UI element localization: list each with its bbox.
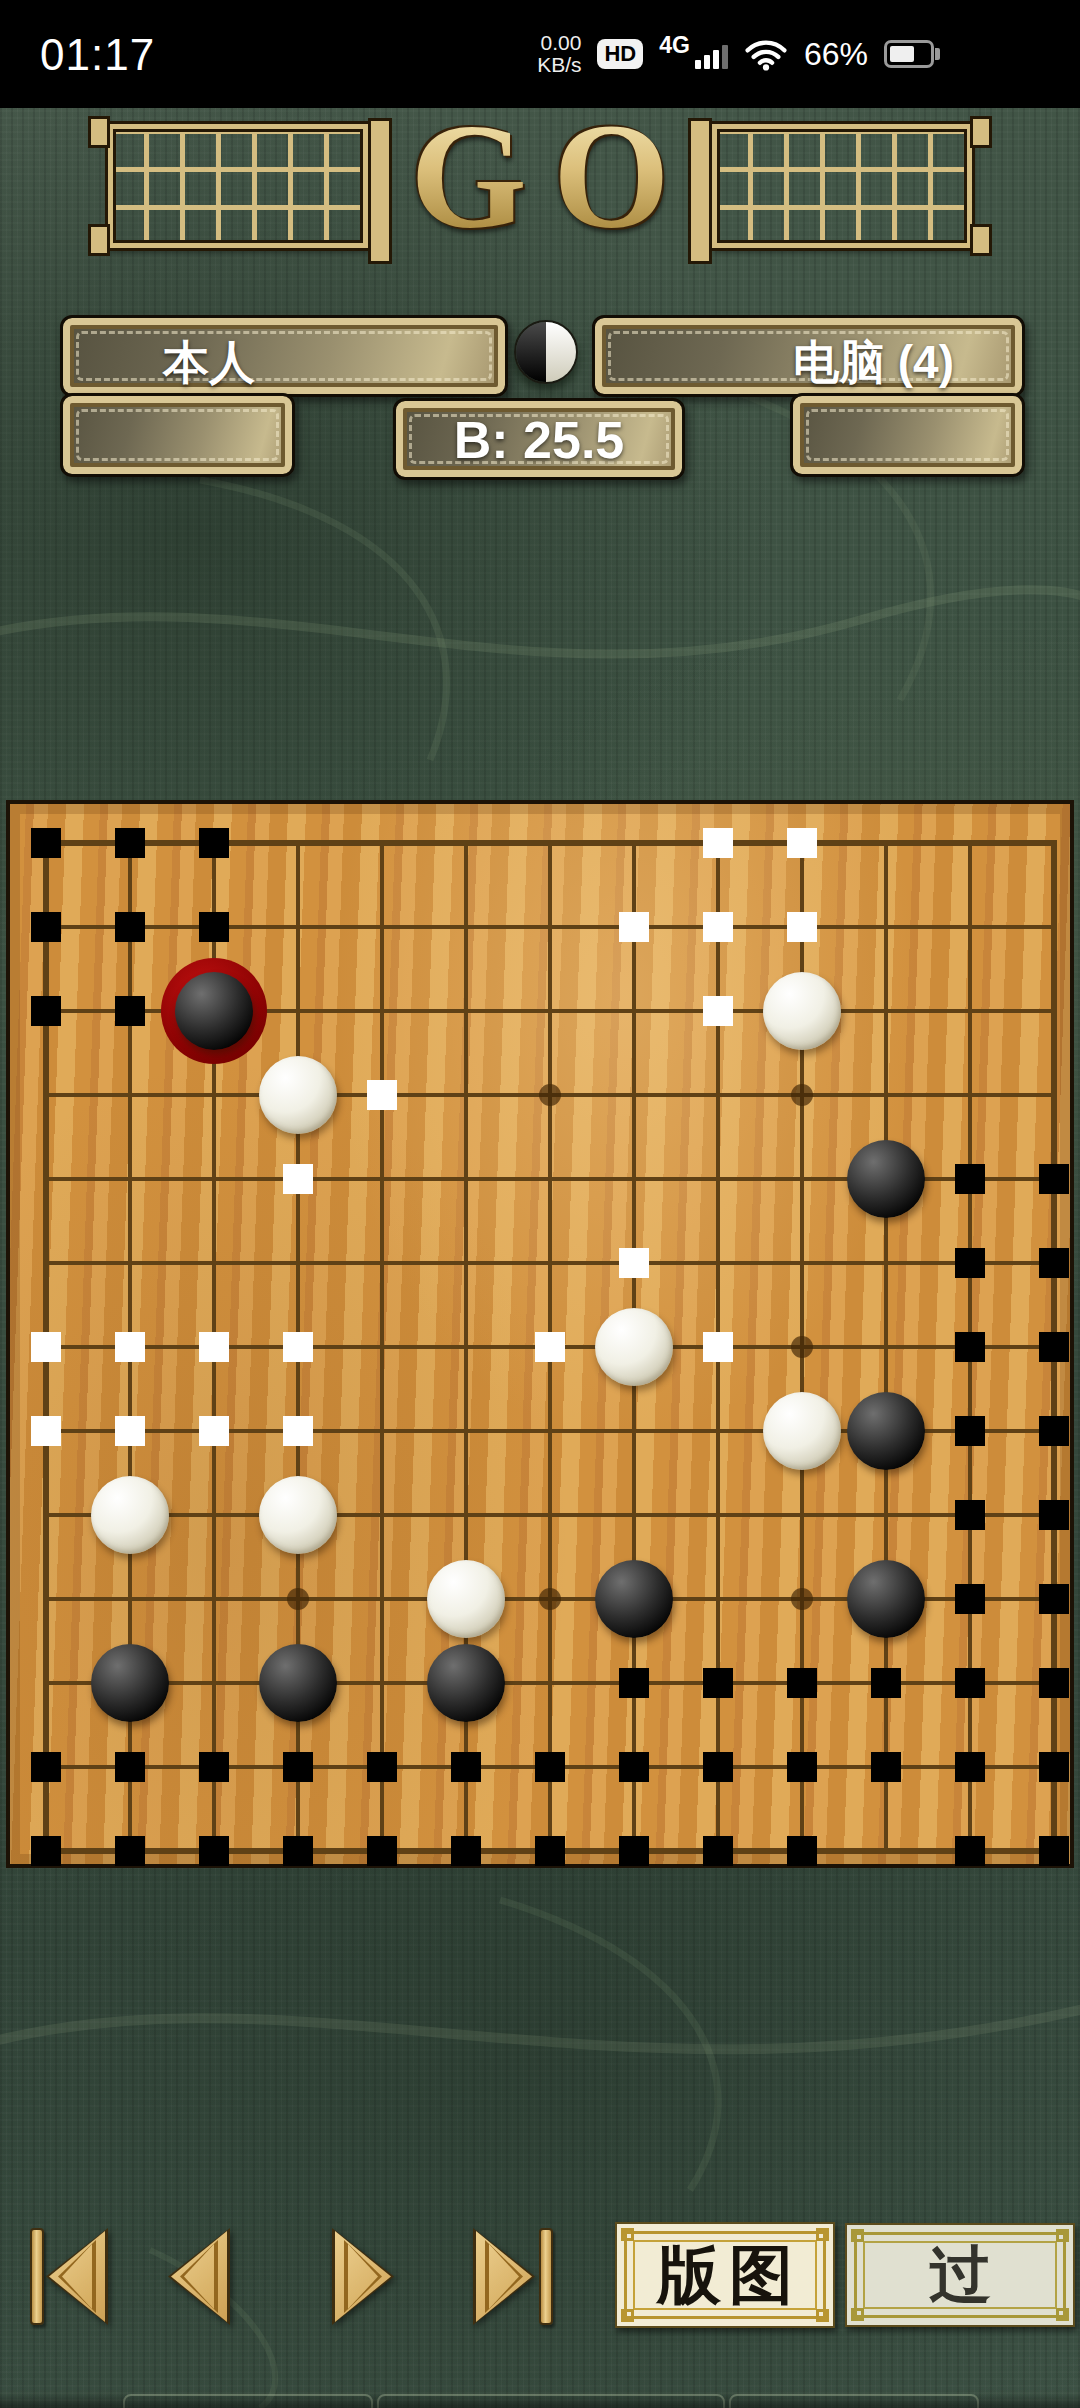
intersection-r10c4[interactable] (256, 1557, 340, 1641)
intersection-r12c3[interactable] (172, 1725, 256, 1809)
intersection-r1c13[interactable] (1012, 801, 1080, 885)
intersection-r12c5[interactable] (340, 1725, 424, 1809)
intersection-r10c10[interactable] (760, 1557, 844, 1641)
intersection-r4c13[interactable] (1012, 1053, 1080, 1137)
intersection-r6c10[interactable] (760, 1221, 844, 1305)
intersection-r7c2[interactable] (88, 1305, 172, 1389)
intersection-r5c6[interactable] (424, 1137, 508, 1221)
intersection-r13c11[interactable] (844, 1809, 928, 1893)
net-speed-value: 0.00 (537, 32, 581, 54)
last-move-bar-icon (539, 2228, 553, 2325)
intersection-r5c10[interactable] (760, 1137, 844, 1221)
intersection-r11c6[interactable] (424, 1641, 508, 1725)
intersection-r11c2[interactable] (88, 1641, 172, 1725)
intersection-r1c10[interactable] (760, 801, 844, 885)
intersection-r12c9[interactable] (676, 1725, 760, 1809)
black-player-plaque-lower (60, 393, 295, 477)
net-speed-unit: KB/s (537, 54, 581, 76)
intersection-r3c12[interactable] (928, 969, 1012, 1053)
intersection-r6c8[interactable] (592, 1221, 676, 1305)
intersection-r13c13[interactable] (1012, 1809, 1080, 1893)
intersection-r3c3[interactable] (172, 969, 256, 1053)
turn-indicator-stone-icon (514, 320, 578, 384)
intersection-r12c6[interactable] (424, 1725, 508, 1809)
intersection-r9c2[interactable] (88, 1473, 172, 1557)
intersection-r9c12[interactable] (928, 1473, 1012, 1557)
intersection-r7c10[interactable] (760, 1305, 844, 1389)
intersection-r9c11[interactable] (844, 1473, 928, 1557)
intersection-r11c12[interactable] (928, 1641, 1012, 1725)
hd-icon: HD (597, 39, 643, 69)
intersection-r3c2[interactable] (88, 969, 172, 1053)
territory-map-button[interactable]: 版图 (615, 2222, 835, 2328)
pass-button[interactable]: 过 (845, 2223, 1075, 2327)
intersection-r12c13[interactable] (1012, 1725, 1080, 1809)
intersection-r5c1[interactable] (4, 1137, 88, 1221)
intersection-r11c1[interactable] (4, 1641, 88, 1725)
intersection-r1c7[interactable] (508, 801, 592, 885)
intersection-r9c8[interactable] (592, 1473, 676, 1557)
go-board (6, 800, 1074, 1868)
intersection-r7c6[interactable] (424, 1305, 508, 1389)
intersection-r8c12[interactable] (928, 1389, 1012, 1473)
intersection-r7c13[interactable] (1012, 1305, 1080, 1389)
intersection-r11c7[interactable] (508, 1641, 592, 1725)
intersection-r1c9[interactable] (676, 801, 760, 885)
intersection-r2c1[interactable] (4, 885, 88, 969)
intersection-r3c6[interactable] (424, 969, 508, 1053)
intersection-r10c8[interactable] (592, 1557, 676, 1641)
intersection-r5c11[interactable] (844, 1137, 928, 1221)
intersection-r3c11[interactable] (844, 969, 928, 1053)
intersection-r10c9[interactable] (676, 1557, 760, 1641)
intersection-r13c9[interactable] (676, 1809, 760, 1893)
intersection-r4c5[interactable] (340, 1053, 424, 1137)
intersection-r3c13[interactable] (1012, 969, 1080, 1053)
status-clock: 01:17 (40, 30, 155, 80)
intersection-r8c5[interactable] (340, 1389, 424, 1473)
intersection-r2c10[interactable] (760, 885, 844, 969)
intersection-r4c10[interactable] (760, 1053, 844, 1137)
intersection-r11c3[interactable] (172, 1641, 256, 1725)
intersection-r8c2[interactable] (88, 1389, 172, 1473)
intersection-r5c2[interactable] (88, 1137, 172, 1221)
next-move-button[interactable] (332, 2228, 394, 2325)
intersection-r8c4[interactable] (256, 1389, 340, 1473)
intersection-r9c9[interactable] (676, 1473, 760, 1557)
intersection-r2c11[interactable] (844, 885, 928, 969)
intersection-r4c9[interactable] (676, 1053, 760, 1137)
intersection-r6c3[interactable] (172, 1221, 256, 1305)
intersection-r9c13[interactable] (1012, 1473, 1080, 1557)
intersection-r1c6[interactable] (424, 801, 508, 885)
intersection-r7c3[interactable] (172, 1305, 256, 1389)
intersection-r2c3[interactable] (172, 885, 256, 969)
intersection-r4c8[interactable] (592, 1053, 676, 1137)
intersection-r12c2[interactable] (88, 1725, 172, 1809)
intersection-r11c5[interactable] (340, 1641, 424, 1725)
black-player-plaque (60, 315, 508, 397)
intersection-r2c2[interactable] (88, 885, 172, 969)
intersection-r9c3[interactable] (172, 1473, 256, 1557)
intersection-r13c7[interactable] (508, 1809, 592, 1893)
intersection-r5c8[interactable] (592, 1137, 676, 1221)
intersection-r1c12[interactable] (928, 801, 1012, 885)
intersection-r9c10[interactable] (760, 1473, 844, 1557)
intersection-r7c1[interactable] (4, 1305, 88, 1389)
intersection-r11c11[interactable] (844, 1641, 928, 1725)
intersection-r13c6[interactable] (424, 1809, 508, 1893)
intersection-r10c3[interactable] (172, 1557, 256, 1641)
intersection-r8c7[interactable] (508, 1389, 592, 1473)
intersection-r7c8[interactable] (592, 1305, 676, 1389)
intersection-r12c11[interactable] (844, 1725, 928, 1809)
intersection-r10c7[interactable] (508, 1557, 592, 1641)
intersection-r13c4[interactable] (256, 1809, 340, 1893)
intersection-r4c3[interactable] (172, 1053, 256, 1137)
intersection-r5c3[interactable] (172, 1137, 256, 1221)
intersection-r1c8[interactable] (592, 801, 676, 885)
intersection-r4c2[interactable] (88, 1053, 172, 1137)
intersection-r7c7[interactable] (508, 1305, 592, 1389)
intersection-r6c12[interactable] (928, 1221, 1012, 1305)
intersection-r5c4[interactable] (256, 1137, 340, 1221)
score-label: B: 25.5 (393, 410, 685, 470)
intersection-r7c4[interactable] (256, 1305, 340, 1389)
white-player-plaque-lower (790, 393, 1025, 477)
intersection-r6c2[interactable] (88, 1221, 172, 1305)
intersection-r2c9[interactable] (676, 885, 760, 969)
intersection-r10c11[interactable] (844, 1557, 928, 1641)
status-bar: 01:17 0.00 KB/s HD 4G 66% (0, 0, 1080, 108)
intersection-r13c12[interactable] (928, 1809, 1012, 1893)
last-move-button[interactable] (473, 2228, 535, 2325)
intersection-r3c9[interactable] (676, 969, 760, 1053)
intersection-r8c10[interactable] (760, 1389, 844, 1473)
intersection-r5c12[interactable] (928, 1137, 1012, 1221)
intersection-r4c12[interactable] (928, 1053, 1012, 1137)
first-move-button[interactable] (46, 2228, 108, 2325)
intersection-r7c12[interactable] (928, 1305, 1012, 1389)
intersection-r8c8[interactable] (592, 1389, 676, 1473)
network-type-label: 4G (659, 32, 690, 59)
intersection-r1c1[interactable] (4, 801, 88, 885)
intersection-r10c5[interactable] (340, 1557, 424, 1641)
intersection-r2c7[interactable] (508, 885, 592, 969)
intersection-r6c6[interactable] (424, 1221, 508, 1305)
intersection-r12c7[interactable] (508, 1725, 592, 1809)
intersection-r10c13[interactable] (1012, 1557, 1080, 1641)
white-player-name: 电脑 (4) (793, 332, 954, 394)
intersection-r9c1[interactable] (4, 1473, 88, 1557)
intersection-r10c1[interactable] (4, 1557, 88, 1641)
intersection-r12c12[interactable] (928, 1725, 1012, 1809)
intersection-r2c13[interactable] (1012, 885, 1080, 969)
intersection-r1c11[interactable] (844, 801, 928, 885)
intersection-r12c1[interactable] (4, 1725, 88, 1809)
intersection-r8c11[interactable] (844, 1389, 928, 1473)
intersection-r11c4[interactable] (256, 1641, 340, 1725)
intersection-r1c4[interactable] (256, 801, 340, 885)
intersection-r4c6[interactable] (424, 1053, 508, 1137)
intersection-r5c5[interactable] (340, 1137, 424, 1221)
intersection-r9c6[interactable] (424, 1473, 508, 1557)
network-speed-indicator: 0.00 KB/s (537, 32, 581, 76)
first-move-bar-icon (30, 2228, 44, 2325)
intersection-r11c8[interactable] (592, 1641, 676, 1725)
intersection-r2c6[interactable] (424, 885, 508, 969)
intersection-r2c8[interactable] (592, 885, 676, 969)
territory-map-label: 版图 (617, 2224, 833, 2326)
intersection-r9c5[interactable] (340, 1473, 424, 1557)
intersection-r5c7[interactable] (508, 1137, 592, 1221)
intersection-r1c3[interactable] (172, 801, 256, 885)
intersection-r3c8[interactable] (592, 969, 676, 1053)
intersection-r6c9[interactable] (676, 1221, 760, 1305)
intersection-r6c7[interactable] (508, 1221, 592, 1305)
intersection-r5c13[interactable] (1012, 1137, 1080, 1221)
intersection-r13c1[interactable] (4, 1809, 88, 1893)
intersection-r10c12[interactable] (928, 1557, 1012, 1641)
intersection-r13c3[interactable] (172, 1809, 256, 1893)
intersection-r6c13[interactable] (1012, 1221, 1080, 1305)
black-player-name: 本人 (163, 332, 255, 394)
intersection-r8c13[interactable] (1012, 1389, 1080, 1473)
battery-icon (884, 39, 942, 69)
intersection-r2c5[interactable] (340, 885, 424, 969)
battery-percent-label: 66% (804, 36, 868, 73)
intersection-r7c9[interactable] (676, 1305, 760, 1389)
intersection-r6c5[interactable] (340, 1221, 424, 1305)
intersection-r2c12[interactable] (928, 885, 1012, 969)
signal-bars-icon (695, 39, 728, 69)
intersection-r2c4[interactable] (256, 885, 340, 969)
intersection-r13c2[interactable] (88, 1809, 172, 1893)
intersection-r7c11[interactable] (844, 1305, 928, 1389)
intersection-r1c5[interactable] (340, 801, 424, 885)
intersection-r13c8[interactable] (592, 1809, 676, 1893)
intersection-r13c10[interactable] (760, 1809, 844, 1893)
intersection-r4c7[interactable] (508, 1053, 592, 1137)
intersection-r6c11[interactable] (844, 1221, 928, 1305)
intersection-r4c11[interactable] (844, 1053, 928, 1137)
intersection-r10c2[interactable] (88, 1557, 172, 1641)
intersection-r12c8[interactable] (592, 1725, 676, 1809)
intersection-r8c3[interactable] (172, 1389, 256, 1473)
previous-move-button[interactable] (168, 2228, 230, 2325)
intersection-r9c7[interactable] (508, 1473, 592, 1557)
intersection-r11c10[interactable] (760, 1641, 844, 1725)
intersection-r11c9[interactable] (676, 1641, 760, 1725)
app-title: GO (0, 96, 1080, 256)
intersection-r4c4[interactable] (256, 1053, 340, 1137)
intersection-r3c7[interactable] (508, 969, 592, 1053)
intersection-r8c1[interactable] (4, 1389, 88, 1473)
intersection-r4c1[interactable] (4, 1053, 88, 1137)
wifi-icon (744, 37, 788, 71)
intersection-r1c2[interactable] (88, 801, 172, 885)
cellular-signal-icon: 4G (659, 39, 728, 69)
intersection-r3c4[interactable] (256, 969, 340, 1053)
intersection-r3c10[interactable] (760, 969, 844, 1053)
intersection-r9c4[interactable] (256, 1473, 340, 1557)
intersection-r5c9[interactable] (676, 1137, 760, 1221)
intersection-r13c5[interactable] (340, 1809, 424, 1893)
intersection-r6c1[interactable] (4, 1221, 88, 1305)
intersection-r11c13[interactable] (1012, 1641, 1080, 1725)
bottom-edge-shade (0, 2394, 1080, 2408)
intersection-r6c4[interactable] (256, 1221, 340, 1305)
intersection-r10c6[interactable] (424, 1557, 508, 1641)
intersection-r12c10[interactable] (760, 1725, 844, 1809)
intersection-r12c4[interactable] (256, 1725, 340, 1809)
intersection-r3c5[interactable] (340, 969, 424, 1053)
pass-label: 过 (847, 2225, 1073, 2325)
intersection-r7c5[interactable] (340, 1305, 424, 1389)
intersection-r8c6[interactable] (424, 1389, 508, 1473)
intersection-r3c1[interactable] (4, 969, 88, 1053)
intersection-r8c9[interactable] (676, 1389, 760, 1473)
